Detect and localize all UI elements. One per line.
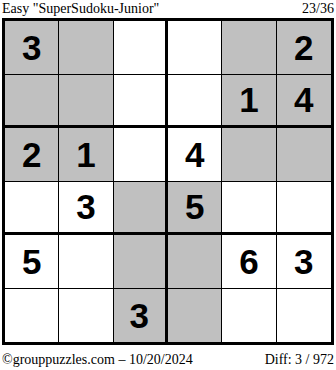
footer: ©grouppuzzles.com – 10/20/2024 Diff: 3 /… (2, 351, 334, 368)
cell-r4c1[interactable] (5, 182, 59, 236)
header: Easy "SuperSudoku-Junior" 23/36 (2, 0, 334, 17)
cell-r4c6[interactable] (277, 182, 331, 236)
difficulty-text: Diff: 3 / 972 (265, 352, 334, 368)
cell-r3c5[interactable] (222, 128, 276, 182)
cell-r6c6[interactable] (277, 289, 331, 343)
cell-r1c1[interactable]: 3 (5, 21, 59, 75)
cell-r1c3[interactable] (114, 21, 168, 75)
cell-r1c4[interactable] (168, 21, 222, 75)
puzzle-page: Easy "SuperSudoku-Junior" 23/36 32142143… (0, 0, 336, 370)
cell-r1c2[interactable] (59, 21, 113, 75)
cell-r5c6[interactable]: 3 (277, 235, 331, 289)
cell-r2c1[interactable] (5, 75, 59, 129)
cell-r3c3[interactable] (114, 128, 168, 182)
cell-r2c2[interactable] (59, 75, 113, 129)
cell-r5c4[interactable] (168, 235, 222, 289)
copyright-text: ©grouppuzzles.com – 10/20/2024 (2, 352, 193, 368)
cell-r6c3[interactable]: 3 (114, 289, 168, 343)
cell-r3c4[interactable]: 4 (168, 128, 222, 182)
cell-r5c2[interactable] (59, 235, 113, 289)
cell-r5c5[interactable]: 6 (222, 235, 276, 289)
cell-r6c4[interactable] (168, 289, 222, 343)
cell-r6c5[interactable] (222, 289, 276, 343)
cell-r2c5[interactable]: 1 (222, 75, 276, 129)
cell-r1c6[interactable]: 2 (277, 21, 331, 75)
cell-r5c3[interactable] (114, 235, 168, 289)
cell-r2c4[interactable] (168, 75, 222, 129)
puzzle-counter: 23/36 (302, 0, 334, 17)
cell-r3c1[interactable]: 2 (5, 128, 59, 182)
cell-r4c5[interactable] (222, 182, 276, 236)
cell-r1c5[interactable] (222, 21, 276, 75)
cell-r5c1[interactable]: 5 (5, 235, 59, 289)
cell-r2c6[interactable]: 4 (277, 75, 331, 129)
sudoku-board: 3214214355633 (2, 18, 334, 345)
cell-r2c3[interactable] (114, 75, 168, 129)
cell-r6c1[interactable] (5, 289, 59, 343)
cell-r3c6[interactable] (277, 128, 331, 182)
cell-r4c2[interactable]: 3 (59, 182, 113, 236)
cell-r4c4[interactable]: 5 (168, 182, 222, 236)
puzzle-title: Easy "SuperSudoku-Junior" (2, 0, 159, 17)
cell-r6c2[interactable] (59, 289, 113, 343)
cell-r3c2[interactable]: 1 (59, 128, 113, 182)
cell-r4c3[interactable] (114, 182, 168, 236)
